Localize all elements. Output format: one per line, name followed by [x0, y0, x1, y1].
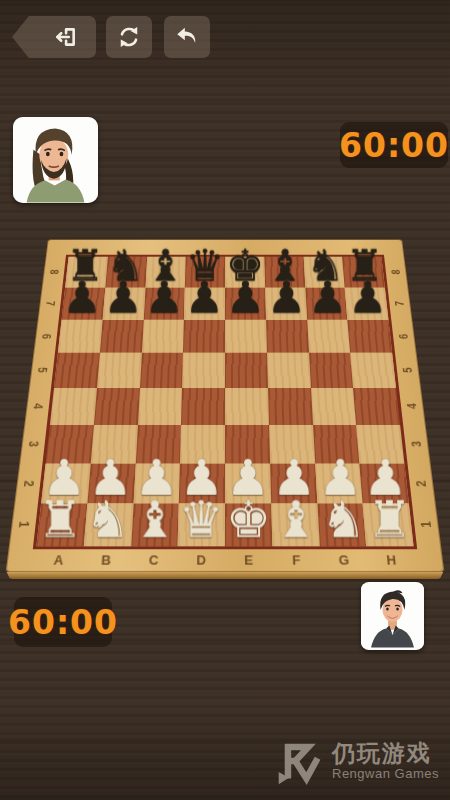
square-h4[interactable] [353, 388, 400, 425]
file-label-f: F [272, 549, 320, 572]
square-e1[interactable]: ♚ [225, 504, 272, 547]
square-f4[interactable] [268, 388, 313, 425]
square-d4[interactable] [181, 388, 225, 425]
square-g6[interactable] [307, 319, 351, 352]
square-d5[interactable] [182, 353, 225, 388]
square-d1[interactable]: ♛ [178, 504, 225, 547]
watermark-english-text: Rengwan Games [332, 766, 439, 782]
chess-app-screen: 60:00 ♜♞♝♛♚♝♞♜♟♟♟♟♟♟♟♟♟♟♟♟♟♟♟♟♜♞♝♛♚♝♞♜ 8… [0, 0, 450, 800]
square-g4[interactable] [311, 388, 357, 425]
player-timer-value: 60:00 [8, 603, 118, 642]
black-pawn[interactable]: ♟ [225, 275, 266, 319]
square-f5[interactable] [267, 353, 311, 388]
square-b6[interactable] [100, 319, 144, 352]
square-e5[interactable] [225, 353, 268, 388]
bearded-man-avatar-illustration [13, 117, 98, 203]
file-label-c: C [129, 549, 177, 572]
square-c4[interactable] [137, 388, 182, 425]
file-label-h: H [367, 549, 417, 572]
white-king[interactable]: ♚ [225, 494, 272, 545]
young-man-avatar-illustration [361, 582, 424, 650]
square-c5[interactable] [140, 353, 184, 388]
chess-board-scene: ♜♞♝♛♚♝♞♜♟♟♟♟♟♟♟♟♟♟♟♟♟♟♟♟♜♞♝♛♚♝♞♜ 8765432… [29, 192, 421, 584]
square-a4[interactable] [50, 388, 97, 425]
square-g7[interactable]: ♟ [305, 287, 348, 319]
rank-label-8: 8 [375, 264, 416, 280]
undo-button[interactable] [164, 16, 210, 58]
exit-door-arrow-icon [52, 24, 78, 50]
file-label-d: D [177, 549, 225, 572]
restart-sync-icon [116, 24, 142, 50]
exit-button[interactable] [12, 16, 96, 58]
square-f7[interactable]: ♟ [265, 287, 307, 319]
square-e6[interactable] [225, 319, 267, 352]
black-pawn[interactable]: ♟ [266, 275, 307, 319]
file-labels: ABCDEFGH [34, 549, 417, 572]
opponent-avatar [13, 117, 98, 203]
white-rook[interactable]: ♜ [366, 494, 413, 545]
file-label-b: B [81, 549, 130, 572]
rank-label-6: 6 [24, 327, 67, 344]
rank-label-7: 7 [379, 295, 421, 311]
black-pawn[interactable]: ♟ [184, 275, 225, 319]
black-pawn[interactable]: ♟ [103, 275, 144, 319]
board-grid[interactable]: ♜♞♝♛♚♝♞♜♟♟♟♟♟♟♟♟♟♟♟♟♟♟♟♟♜♞♝♛♚♝♞♜ [33, 255, 417, 550]
player-timer: 60:00 [14, 597, 112, 647]
rank-label-8: 8 [33, 264, 74, 280]
rengwan-games-logo-icon [276, 736, 324, 786]
toolbar [0, 0, 450, 70]
undo-back-arrow-icon [174, 24, 200, 50]
black-pawn[interactable]: ♟ [307, 275, 348, 319]
rank-label-5: 5 [386, 361, 430, 379]
square-f6[interactable] [266, 319, 309, 352]
square-b1[interactable]: ♞ [84, 504, 134, 547]
square-g1[interactable]: ♞ [317, 504, 367, 547]
square-e4[interactable] [225, 388, 269, 425]
square-d7[interactable]: ♟ [184, 287, 225, 319]
square-g5[interactable] [309, 353, 354, 388]
restart-button[interactable] [106, 16, 152, 58]
square-b4[interactable] [94, 388, 140, 425]
board-side-edge [7, 572, 444, 579]
white-knight[interactable]: ♞ [319, 494, 366, 545]
square-c6[interactable] [141, 319, 184, 352]
watermark-chinese-text: 仍玩游戏 [332, 740, 439, 766]
watermark: 仍玩游戏 Rengwan Games [276, 736, 439, 786]
square-f1[interactable]: ♝ [271, 504, 319, 547]
opponent-timer: 60:00 [340, 122, 448, 168]
white-knight[interactable]: ♞ [84, 494, 131, 545]
player-avatar [361, 582, 424, 650]
rank-label-7: 7 [29, 295, 71, 311]
white-bishop[interactable]: ♝ [131, 494, 178, 545]
square-c1[interactable]: ♝ [131, 504, 179, 547]
white-queen[interactable]: ♛ [178, 494, 225, 545]
rank-label-5: 5 [20, 361, 64, 379]
file-label-g: G [319, 549, 368, 572]
opponent-timer-value: 60:00 [339, 126, 449, 165]
file-label-e: E [225, 549, 273, 572]
square-b7[interactable]: ♟ [102, 287, 145, 319]
white-rook[interactable]: ♜ [37, 494, 84, 545]
white-bishop[interactable]: ♝ [272, 494, 319, 545]
square-e7[interactable]: ♟ [225, 287, 266, 319]
square-c7[interactable]: ♟ [143, 287, 185, 319]
square-a1[interactable]: ♜ [36, 504, 87, 547]
black-pawn[interactable]: ♟ [143, 275, 184, 319]
rank-label-6: 6 [382, 327, 425, 344]
board-frame: ♜♞♝♛♚♝♞♜♟♟♟♟♟♟♟♟♟♟♟♟♟♟♟♟♜♞♝♛♚♝♞♜ 8765432… [6, 239, 445, 572]
square-d6[interactable] [183, 319, 225, 352]
square-b5[interactable] [97, 353, 142, 388]
square-h1[interactable]: ♜ [363, 504, 414, 547]
file-label-a: A [34, 549, 84, 572]
